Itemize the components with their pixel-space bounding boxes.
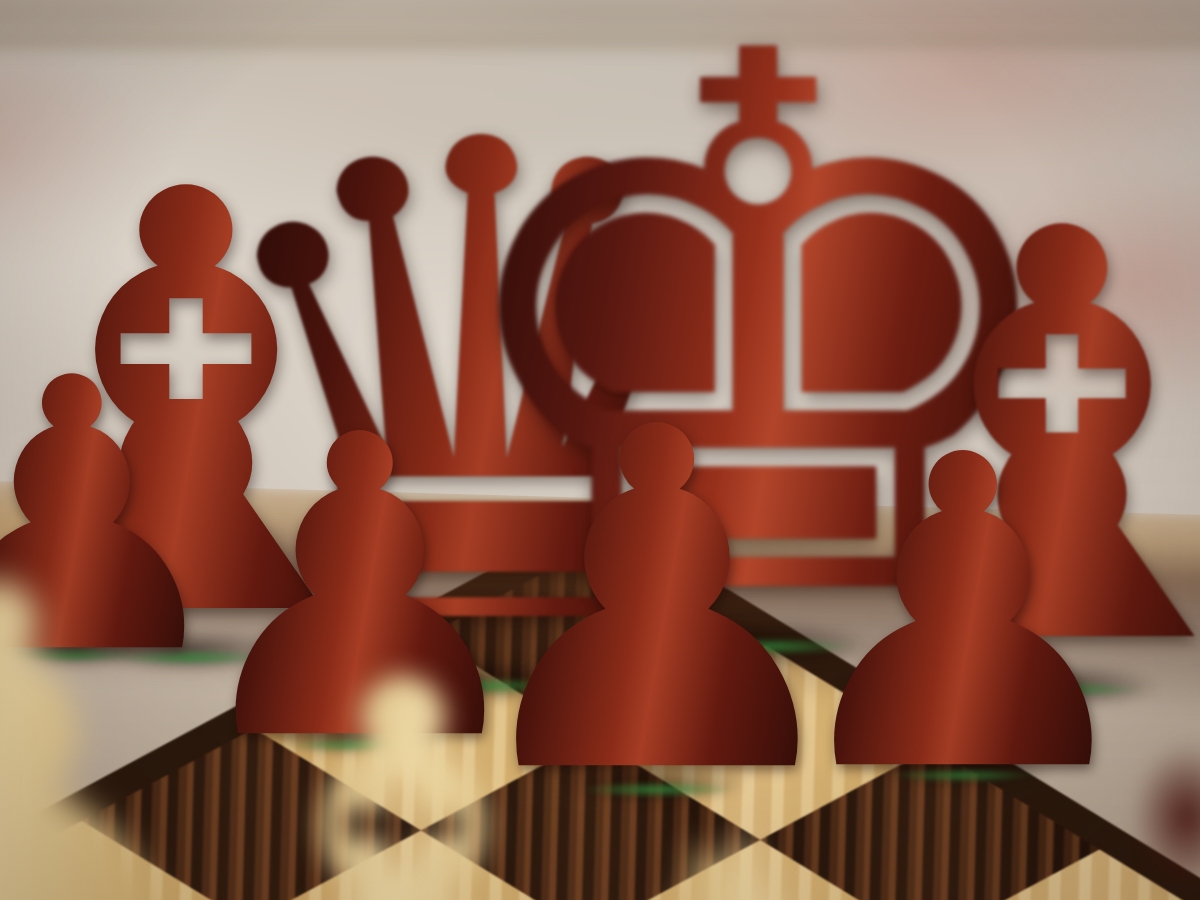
partial-dark-piece-right-edge (1132, 742, 1200, 892)
light-knight-blurred[interactable]: ♞ (614, 798, 883, 900)
dark-pawn-f7[interactable]: ♟ (770, 400, 1156, 830)
chess-photo-scene: ♝ ♛ ♚ ♝ ♟ ♟ ♟ ♟ ♟ ♝ ♞ (0, 0, 1200, 900)
light-bishop-blurred[interactable]: ♝ (168, 615, 639, 900)
